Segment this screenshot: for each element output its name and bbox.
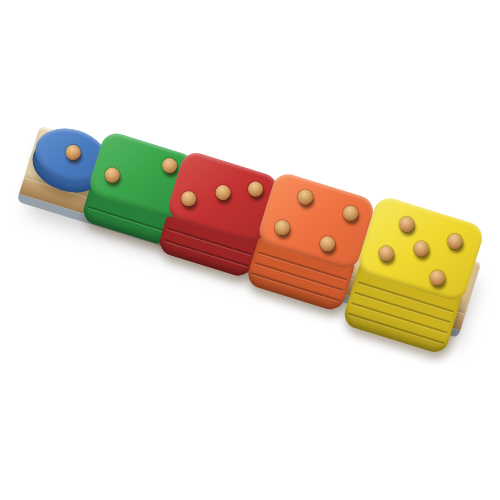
wooden-peg [246, 180, 265, 199]
wooden-peg [213, 183, 232, 202]
wooden-peg [411, 239, 430, 258]
wooden-peg [103, 166, 122, 185]
wooden-peg [318, 234, 337, 253]
wooden-peg [160, 156, 179, 175]
wooden-peg [179, 190, 198, 209]
wooden-peg [377, 244, 396, 263]
wooden-peg [445, 232, 464, 251]
wooden-peg [273, 218, 292, 237]
wooden-peg [398, 215, 417, 234]
piece-groove [163, 239, 248, 267]
stack-yellow [355, 194, 486, 304]
stacker-board [17, 126, 482, 338]
toy-photo-scene [0, 0, 500, 500]
stacks-row [17, 126, 482, 338]
wooden-peg [341, 204, 360, 223]
wooden-peg [296, 188, 315, 207]
wooden-peg [428, 268, 447, 287]
wooden-peg [63, 143, 82, 162]
